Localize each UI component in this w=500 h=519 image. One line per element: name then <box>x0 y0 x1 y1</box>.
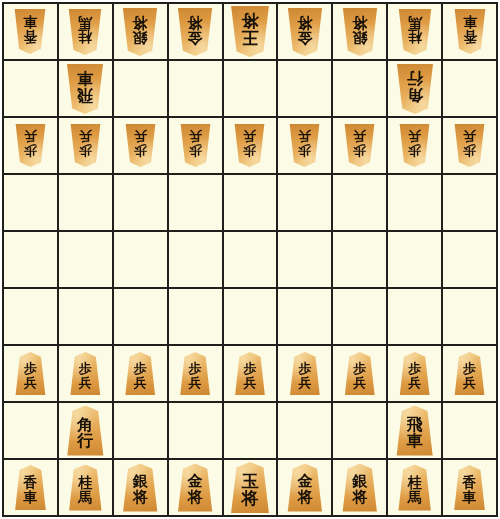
piece-kanji: 行 <box>77 433 93 449</box>
piece-pawn-sente[interactable]: 歩兵 <box>288 352 321 395</box>
cell-6f[interactable] <box>169 289 222 344</box>
piece-kanji: 兵 <box>24 376 37 389</box>
cell-6g[interactable]: 歩兵 <box>169 346 222 401</box>
piece-kanji: 兵 <box>408 376 421 389</box>
piece-kanji: 兵 <box>243 376 256 389</box>
cell-9f[interactable] <box>4 289 57 344</box>
cell-8i[interactable]: 桂馬 <box>59 460 112 515</box>
piece-kanji: 将 <box>133 14 148 29</box>
cell-3a[interactable]: 銀将 <box>333 4 386 59</box>
cell-7e[interactable] <box>114 232 167 287</box>
cell-8h[interactable]: 角行 <box>59 403 112 458</box>
piece-kanji: 兵 <box>298 376 311 389</box>
piece-kanji: 桂 <box>408 30 422 44</box>
piece-kanji: 兵 <box>189 130 202 143</box>
cell-3b[interactable] <box>333 61 386 116</box>
cell-3g[interactable]: 歩兵 <box>333 346 386 401</box>
piece-kanji: 車 <box>23 490 37 504</box>
cell-4b[interactable] <box>278 61 331 116</box>
cell-5f[interactable] <box>224 289 277 344</box>
piece-kanji: 馬 <box>408 490 422 504</box>
piece-kanji: 兵 <box>408 130 421 143</box>
cell-8g[interactable]: 歩兵 <box>59 346 112 401</box>
piece-silver-sente[interactable]: 銀将 <box>341 464 379 512</box>
piece-kanji: 角 <box>407 86 423 102</box>
piece-kanji: 香 <box>463 30 477 44</box>
cell-6d[interactable] <box>169 175 222 230</box>
piece-pawn-sente[interactable]: 歩兵 <box>398 352 431 395</box>
piece-knight-sente[interactable]: 桂馬 <box>397 465 433 511</box>
piece-kanji: 香 <box>463 475 477 489</box>
cell-4i[interactable]: 金将 <box>278 460 331 515</box>
piece-silver-sente[interactable]: 銀将 <box>121 464 159 512</box>
piece-kanji: 歩 <box>353 144 366 157</box>
piece-kanji: 馬 <box>78 15 92 29</box>
piece-kanji: 兵 <box>134 376 147 389</box>
cell-5h[interactable] <box>224 403 277 458</box>
piece-kanji: 将 <box>241 490 258 507</box>
piece-kanji: 歩 <box>243 144 256 157</box>
cell-9e[interactable] <box>4 232 57 287</box>
piece-pawn-gote[interactable]: 歩兵 <box>124 124 157 167</box>
piece-kanji: 兵 <box>463 376 476 389</box>
cell-5d[interactable] <box>224 175 277 230</box>
cell-9i[interactable]: 香車 <box>4 460 57 515</box>
piece-kanji: 馬 <box>408 15 422 29</box>
cell-2i[interactable]: 桂馬 <box>388 460 441 515</box>
cell-5g[interactable]: 歩兵 <box>224 346 277 401</box>
cell-3e[interactable] <box>333 232 386 287</box>
cell-4f[interactable] <box>278 289 331 344</box>
piece-pawn-gote[interactable]: 歩兵 <box>179 124 212 167</box>
cell-7c[interactable]: 歩兵 <box>114 118 167 173</box>
piece-kanji: 兵 <box>24 130 37 143</box>
piece-pawn-gote[interactable]: 歩兵 <box>233 124 266 167</box>
piece-rook-gote[interactable]: 飛車 <box>65 64 105 114</box>
piece-kanji: 車 <box>23 15 37 29</box>
cell-7a[interactable]: 銀将 <box>114 4 167 59</box>
cell-5c[interactable]: 歩兵 <box>224 118 277 173</box>
piece-knight-sente[interactable]: 桂馬 <box>67 465 103 511</box>
piece-kanji: 歩 <box>189 362 202 375</box>
piece-kanji: 兵 <box>189 376 202 389</box>
cell-1f[interactable] <box>443 289 496 344</box>
piece-rook-sente[interactable]: 飛車 <box>395 406 435 456</box>
piece-kanji: 将 <box>352 490 367 505</box>
piece-kanji: 兵 <box>298 130 311 143</box>
piece-king-gote[interactable]: 王将 <box>229 6 271 57</box>
piece-bishop-sente[interactable]: 角行 <box>65 406 105 456</box>
piece-kanji: 桂 <box>408 475 422 489</box>
cell-6h[interactable] <box>169 403 222 458</box>
cell-7g[interactable]: 歩兵 <box>114 346 167 401</box>
piece-gold-sente[interactable]: 金将 <box>286 464 324 512</box>
cell-5i[interactable]: 玉将 <box>224 460 277 515</box>
piece-kanji: 車 <box>77 70 93 86</box>
piece-kanji: 将 <box>133 490 148 505</box>
piece-kanji: 歩 <box>298 144 311 157</box>
piece-kanji: 将 <box>188 14 203 29</box>
piece-lance-sente[interactable]: 香車 <box>453 465 487 510</box>
piece-knight-gote[interactable]: 桂馬 <box>67 9 103 55</box>
cell-8f[interactable] <box>59 289 112 344</box>
piece-pawn-gote[interactable]: 歩兵 <box>398 124 431 167</box>
piece-kanji: 桂 <box>78 30 92 44</box>
piece-kanji: 車 <box>407 433 423 449</box>
cell-6c[interactable]: 歩兵 <box>169 118 222 173</box>
cell-3c[interactable]: 歩兵 <box>333 118 386 173</box>
piece-kanji: 歩 <box>463 144 476 157</box>
cell-6e[interactable] <box>169 232 222 287</box>
cell-8e[interactable] <box>59 232 112 287</box>
piece-kanji: 歩 <box>24 362 37 375</box>
cell-6b[interactable] <box>169 61 222 116</box>
piece-kanji: 将 <box>188 490 203 505</box>
cell-6a[interactable]: 金将 <box>169 4 222 59</box>
cell-4c[interactable]: 歩兵 <box>278 118 331 173</box>
piece-kanji: 将 <box>297 14 312 29</box>
piece-knight-gote[interactable]: 桂馬 <box>397 9 433 55</box>
page: 香車桂馬銀将金将王将金将銀将桂馬香車飛車角行歩兵歩兵歩兵歩兵歩兵歩兵歩兵歩兵歩兵… <box>0 0 500 519</box>
cell-8a[interactable]: 桂馬 <box>59 4 112 59</box>
piece-kanji: 歩 <box>408 362 421 375</box>
cell-2a[interactable]: 桂馬 <box>388 4 441 59</box>
cell-4a[interactable]: 金将 <box>278 4 331 59</box>
cell-9b[interactable] <box>4 61 57 116</box>
cell-1g[interactable]: 歩兵 <box>443 346 496 401</box>
piece-pawn-gote[interactable]: 歩兵 <box>69 124 102 167</box>
piece-kanji: 歩 <box>189 144 202 157</box>
cell-1d[interactable] <box>443 175 496 230</box>
cell-9h[interactable] <box>4 403 57 458</box>
piece-lance-sente[interactable]: 香車 <box>13 465 47 510</box>
cell-8b[interactable]: 飛車 <box>59 61 112 116</box>
piece-silver-gote[interactable]: 銀将 <box>121 8 159 56</box>
cell-2b[interactable]: 角行 <box>388 61 441 116</box>
cell-1e[interactable] <box>443 232 496 287</box>
cell-5b[interactable] <box>224 61 277 116</box>
piece-kanji: 歩 <box>298 362 311 375</box>
piece-pawn-gote[interactable]: 歩兵 <box>343 124 376 167</box>
cell-7h[interactable] <box>114 403 167 458</box>
piece-gold-sente[interactable]: 金将 <box>176 464 214 512</box>
cell-2h[interactable]: 飛車 <box>388 403 441 458</box>
cell-7i[interactable]: 銀将 <box>114 460 167 515</box>
piece-pawn-gote[interactable]: 歩兵 <box>288 124 321 167</box>
cell-4g[interactable]: 歩兵 <box>278 346 331 401</box>
piece-kanji: 歩 <box>243 362 256 375</box>
cell-4h[interactable] <box>278 403 331 458</box>
piece-kanji: 桂 <box>78 475 92 489</box>
piece-kanji: 馬 <box>78 490 92 504</box>
piece-kanji: 王 <box>241 29 258 46</box>
cell-2d[interactable] <box>388 175 441 230</box>
cell-9d[interactable] <box>4 175 57 230</box>
cell-7f[interactable] <box>114 289 167 344</box>
cell-1h[interactable] <box>443 403 496 458</box>
cell-5e[interactable] <box>224 232 277 287</box>
piece-kanji: 兵 <box>79 376 92 389</box>
piece-pawn-sente[interactable]: 歩兵 <box>14 352 47 395</box>
piece-gold-gote[interactable]: 金将 <box>176 8 214 56</box>
cell-9g[interactable]: 歩兵 <box>4 346 57 401</box>
cell-3d[interactable] <box>333 175 386 230</box>
piece-kanji: 香 <box>23 475 37 489</box>
cell-5a[interactable]: 王将 <box>224 4 277 59</box>
cell-8c[interactable]: 歩兵 <box>59 118 112 173</box>
piece-king-sente[interactable]: 玉将 <box>229 462 271 513</box>
piece-gold-gote[interactable]: 金将 <box>286 8 324 56</box>
cell-7d[interactable] <box>114 175 167 230</box>
piece-kanji: 歩 <box>134 144 147 157</box>
piece-kanji: 兵 <box>243 130 256 143</box>
piece-kanji: 歩 <box>24 144 37 157</box>
piece-pawn-sente[interactable]: 歩兵 <box>179 352 212 395</box>
piece-pawn-sente[interactable]: 歩兵 <box>124 352 157 395</box>
cell-1c[interactable]: 歩兵 <box>443 118 496 173</box>
piece-kanji: 兵 <box>353 130 366 143</box>
piece-kanji: 兵 <box>134 130 147 143</box>
cell-4e[interactable] <box>278 232 331 287</box>
piece-kanji: 将 <box>352 14 367 29</box>
piece-pawn-gote[interactable]: 歩兵 <box>453 124 486 167</box>
cell-1a[interactable]: 香車 <box>443 4 496 59</box>
cell-4d[interactable] <box>278 175 331 230</box>
piece-kanji: 将 <box>241 12 258 29</box>
cell-2g[interactable]: 歩兵 <box>388 346 441 401</box>
cell-3f[interactable] <box>333 289 386 344</box>
piece-kanji: 歩 <box>79 362 92 375</box>
piece-kanji: 飛 <box>77 86 93 102</box>
piece-pawn-sente[interactable]: 歩兵 <box>69 352 102 395</box>
piece-kanji: 兵 <box>353 376 366 389</box>
piece-lance-gote[interactable]: 香車 <box>13 9 47 54</box>
piece-kanji: 車 <box>463 15 477 29</box>
piece-kanji: 歩 <box>134 362 147 375</box>
cell-9a[interactable]: 香車 <box>4 4 57 59</box>
piece-pawn-sente[interactable]: 歩兵 <box>233 352 266 395</box>
piece-kanji: 行 <box>407 70 423 86</box>
piece-kanji: 歩 <box>463 362 476 375</box>
cell-3i[interactable]: 銀将 <box>333 460 386 515</box>
cell-2f[interactable] <box>388 289 441 344</box>
piece-pawn-sente[interactable]: 歩兵 <box>343 352 376 395</box>
piece-kanji: 車 <box>463 490 477 504</box>
piece-silver-gote[interactable]: 銀将 <box>341 8 379 56</box>
cell-9c[interactable]: 歩兵 <box>4 118 57 173</box>
piece-kanji: 兵 <box>463 130 476 143</box>
cell-1b[interactable] <box>443 61 496 116</box>
piece-kanji: 香 <box>23 30 37 44</box>
piece-kanji: 歩 <box>353 362 366 375</box>
piece-pawn-gote[interactable]: 歩兵 <box>14 124 47 167</box>
piece-kanji: 兵 <box>79 130 92 143</box>
piece-kanji: 将 <box>297 490 312 505</box>
shogi-board: 香車桂馬銀将金将王将金将銀将桂馬香車飛車角行歩兵歩兵歩兵歩兵歩兵歩兵歩兵歩兵歩兵… <box>2 2 498 517</box>
cell-8d[interactable] <box>59 175 112 230</box>
cell-1i[interactable]: 香車 <box>443 460 496 515</box>
piece-pawn-sente[interactable]: 歩兵 <box>453 352 486 395</box>
piece-kanji: 歩 <box>79 144 92 157</box>
cell-2e[interactable] <box>388 232 441 287</box>
piece-kanji: 歩 <box>408 144 421 157</box>
cell-6i[interactable]: 金将 <box>169 460 222 515</box>
piece-bishop-gote[interactable]: 角行 <box>395 64 435 114</box>
cell-3h[interactable] <box>333 403 386 458</box>
piece-lance-gote[interactable]: 香車 <box>453 9 487 54</box>
cell-7b[interactable] <box>114 61 167 116</box>
cell-2c[interactable]: 歩兵 <box>388 118 441 173</box>
